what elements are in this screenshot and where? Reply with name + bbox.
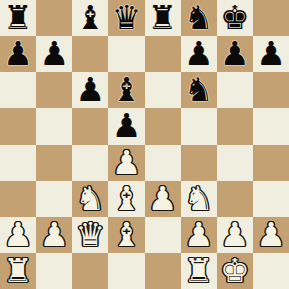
square-f5[interactable]: [181, 108, 217, 144]
square-c8[interactable]: ♝: [72, 0, 108, 36]
square-f4[interactable]: [181, 145, 217, 181]
white-knight-icon: ♞: [76, 181, 106, 217]
black-knight-icon: ♞: [184, 0, 214, 36]
black-pawn-icon: ♟: [39, 36, 69, 72]
white-pawn-icon: ♟: [3, 217, 33, 253]
square-d1[interactable]: [108, 253, 144, 289]
square-g6[interactable]: [217, 72, 253, 108]
white-bishop-icon: ♝: [112, 181, 142, 217]
square-d2[interactable]: ♝: [108, 217, 144, 253]
black-queen-icon: ♛: [112, 0, 142, 36]
square-b4[interactable]: [36, 145, 72, 181]
square-f7[interactable]: ♟: [181, 36, 217, 72]
black-pawn-icon: ♟: [220, 36, 250, 72]
square-e8[interactable]: ♜: [145, 0, 181, 36]
square-f2[interactable]: ♟: [181, 217, 217, 253]
square-a5[interactable]: [0, 108, 36, 144]
square-e4[interactable]: [145, 145, 181, 181]
square-c5[interactable]: [72, 108, 108, 144]
black-bishop-icon: ♝: [76, 0, 106, 36]
square-h3[interactable]: [253, 181, 289, 217]
square-a1[interactable]: ♜: [0, 253, 36, 289]
square-h6[interactable]: [253, 72, 289, 108]
white-pawn-icon: ♟: [220, 217, 250, 253]
square-a7[interactable]: ♟: [0, 36, 36, 72]
white-rook-icon: ♜: [3, 253, 33, 289]
square-f3[interactable]: ♞: [181, 181, 217, 217]
square-e3[interactable]: ♟: [145, 181, 181, 217]
square-e5[interactable]: [145, 108, 181, 144]
square-f1[interactable]: ♜: [181, 253, 217, 289]
square-e6[interactable]: [145, 72, 181, 108]
square-b5[interactable]: [36, 108, 72, 144]
square-e1[interactable]: [145, 253, 181, 289]
square-c1[interactable]: [72, 253, 108, 289]
black-knight-icon: ♞: [184, 72, 214, 108]
square-g7[interactable]: ♟: [217, 36, 253, 72]
square-b3[interactable]: [36, 181, 72, 217]
square-c2[interactable]: ♛: [72, 217, 108, 253]
chess-board: ♜♝♛♜♞♚♟♟♟♟♟♟♝♞♟♟♞♝♟♞♟♟♛♝♟♟♟♜♜♚: [0, 0, 289, 289]
square-c6[interactable]: ♟: [72, 72, 108, 108]
square-a2[interactable]: ♟: [0, 217, 36, 253]
square-g3[interactable]: [217, 181, 253, 217]
black-king-icon: ♚: [220, 0, 250, 36]
square-h2[interactable]: ♟: [253, 217, 289, 253]
square-h7[interactable]: ♟: [253, 36, 289, 72]
square-g2[interactable]: ♟: [217, 217, 253, 253]
square-g4[interactable]: [217, 145, 253, 181]
square-a4[interactable]: [0, 145, 36, 181]
white-pawn-icon: ♟: [112, 145, 142, 181]
square-a8[interactable]: ♜: [0, 0, 36, 36]
square-a3[interactable]: [0, 181, 36, 217]
square-f6[interactable]: ♞: [181, 72, 217, 108]
white-queen-icon: ♛: [76, 217, 106, 253]
square-c4[interactable]: [72, 145, 108, 181]
square-h4[interactable]: [253, 145, 289, 181]
white-pawn-icon: ♟: [148, 181, 178, 217]
square-d5[interactable]: ♟: [108, 108, 144, 144]
square-d8[interactable]: ♛: [108, 0, 144, 36]
black-pawn-icon: ♟: [76, 72, 106, 108]
white-bishop-icon: ♝: [112, 217, 142, 253]
black-bishop-icon: ♝: [112, 72, 142, 108]
square-g1[interactable]: ♚: [217, 253, 253, 289]
square-d7[interactable]: [108, 36, 144, 72]
square-c3[interactable]: ♞: [72, 181, 108, 217]
white-rook-icon: ♜: [184, 253, 214, 289]
white-pawn-icon: ♟: [256, 217, 286, 253]
square-h5[interactable]: [253, 108, 289, 144]
black-pawn-icon: ♟: [3, 36, 33, 72]
black-pawn-icon: ♟: [112, 108, 142, 144]
square-g5[interactable]: [217, 108, 253, 144]
square-g8[interactable]: ♚: [217, 0, 253, 36]
white-pawn-icon: ♟: [39, 217, 69, 253]
black-pawn-icon: ♟: [256, 36, 286, 72]
square-h8[interactable]: [253, 0, 289, 36]
square-b2[interactable]: ♟: [36, 217, 72, 253]
square-h1[interactable]: [253, 253, 289, 289]
black-rook-icon: ♜: [3, 0, 33, 36]
square-d4[interactable]: ♟: [108, 145, 144, 181]
square-a6[interactable]: [0, 72, 36, 108]
square-b8[interactable]: [36, 0, 72, 36]
white-king-icon: ♚: [220, 253, 250, 289]
square-e2[interactable]: [145, 217, 181, 253]
white-knight-icon: ♞: [184, 181, 214, 217]
square-d6[interactable]: ♝: [108, 72, 144, 108]
square-c7[interactable]: [72, 36, 108, 72]
square-b6[interactable]: [36, 72, 72, 108]
square-b7[interactable]: ♟: [36, 36, 72, 72]
black-rook-icon: ♜: [148, 0, 178, 36]
black-pawn-icon: ♟: [184, 36, 214, 72]
square-f8[interactable]: ♞: [181, 0, 217, 36]
square-b1[interactable]: [36, 253, 72, 289]
white-pawn-icon: ♟: [184, 217, 214, 253]
square-d3[interactable]: ♝: [108, 181, 144, 217]
square-e7[interactable]: [145, 36, 181, 72]
